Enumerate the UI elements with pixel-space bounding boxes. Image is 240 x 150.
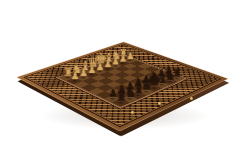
brass-hinge-icon — [190, 97, 193, 100]
white-pawn[interactable]: ♟ — [70, 71, 79, 81]
black-rook[interactable]: ♜ — [115, 91, 126, 103]
white-pawn[interactable]: ♟ — [87, 65, 96, 75]
square-a2[interactable]: ♟ — [67, 78, 83, 84]
white-pawn[interactable]: ♟ — [79, 68, 88, 78]
brass-latch-icon — [131, 111, 134, 114]
photo-background: ♜♞♝♛♚♝♞♜♟♟♟♟♟♟♟♟♟♟♟♟♟♟♟♟♜♞♝♛♚♝♞♜ — [0, 0, 240, 150]
chess-field: ♜♞♝♛♚♝♞♜♟♟♟♟♟♟♟♟♟♟♟♟♟♟♟♟♜♞♝♛♚♝♞♜ — [60, 55, 184, 106]
inner-carved-frame: ♜♞♝♛♚♝♞♜♟♟♟♟♟♟♟♟♟♟♟♟♟♟♟♟♜♞♝♛♚♝♞♜ — [54, 53, 190, 109]
brass-hinge-icon — [158, 102, 161, 105]
